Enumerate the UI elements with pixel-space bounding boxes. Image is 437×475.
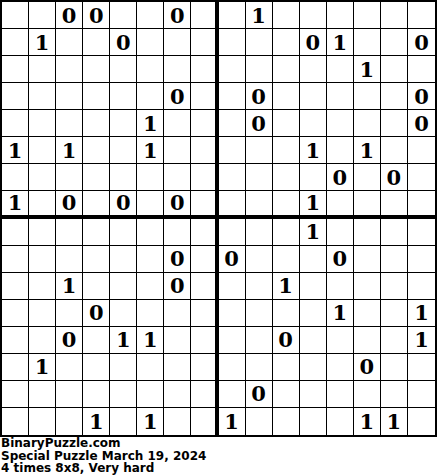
cell-r4c9[interactable] [219, 83, 246, 110]
cell-r4c4[interactable] [83, 83, 110, 110]
cell-r7c11[interactable] [273, 164, 300, 191]
cell-r5c5[interactable] [110, 110, 137, 137]
cell-r15c16[interactable] [408, 381, 435, 408]
cell-r16c12[interactable] [300, 408, 327, 435]
cell-r5c8[interactable] [191, 110, 218, 137]
cell-r7c14[interactable] [354, 164, 381, 191]
cell-r2c11[interactable] [273, 29, 300, 56]
cell-r1c14[interactable] [354, 2, 381, 29]
cell-r2c7[interactable] [164, 29, 191, 56]
cell-r8c5: 0 [110, 191, 137, 218]
cell-r6c6: 1 [137, 137, 164, 164]
cell-r6c8[interactable] [191, 137, 218, 164]
cell-r5c6: 1 [137, 110, 164, 137]
cell-r6c15[interactable] [381, 137, 408, 164]
cell-r15c7[interactable] [164, 381, 191, 408]
cell-r7c5[interactable] [110, 164, 137, 191]
cell-r8c6[interactable] [137, 191, 164, 218]
cell-r13c10[interactable] [246, 327, 273, 354]
cell-r15c14[interactable] [354, 381, 381, 408]
cell-r4c10: 0 [246, 83, 273, 110]
cell-r3c13[interactable] [327, 56, 354, 83]
cell-r1c5[interactable] [110, 2, 137, 29]
cell-r16c6: 1 [137, 408, 164, 435]
cell-r2c1[interactable] [2, 29, 29, 56]
cell-r16c15: 1 [381, 408, 408, 435]
cell-r14c9[interactable] [219, 354, 246, 381]
cell-r12c8[interactable] [191, 300, 218, 327]
cell-r12c13: 1 [327, 300, 354, 327]
cell-r7c10[interactable] [246, 164, 273, 191]
cell-r1c2[interactable] [29, 2, 56, 29]
cell-r14c2: 1 [29, 354, 56, 381]
cell-r1c7: 0 [164, 2, 191, 29]
cell-r10c7: 0 [164, 246, 191, 273]
cell-r12c11[interactable] [273, 300, 300, 327]
cell-r1c8[interactable] [191, 2, 218, 29]
cell-r9c5[interactable] [110, 219, 137, 246]
cell-r10c9: 0 [219, 246, 246, 273]
cell-r14c5[interactable] [110, 354, 137, 381]
cell-r7c12[interactable] [300, 164, 327, 191]
cell-r12c16: 1 [408, 300, 435, 327]
cell-r10c4[interactable] [83, 246, 110, 273]
cell-r9c10[interactable] [246, 219, 273, 246]
cell-r12c1[interactable] [2, 300, 29, 327]
cell-r5c1[interactable] [2, 110, 29, 137]
cell-r14c3[interactable] [56, 354, 83, 381]
cell-r10c8[interactable] [191, 246, 218, 273]
cell-r7c15: 0 [381, 164, 408, 191]
cell-r1c12[interactable] [300, 2, 327, 29]
cell-r6c14: 1 [354, 137, 381, 164]
cell-r8c12: 1 [300, 191, 327, 218]
cell-r12c4: 0 [83, 300, 110, 327]
cell-r2c10[interactable] [246, 29, 273, 56]
cell-r13c2[interactable] [29, 327, 56, 354]
cell-r11c16[interactable] [408, 273, 435, 300]
cell-r9c8[interactable] [191, 219, 218, 246]
cell-r9c4[interactable] [83, 219, 110, 246]
cell-r2c9[interactable] [219, 29, 246, 56]
cell-r5c3[interactable] [56, 110, 83, 137]
cell-r1c3: 0 [56, 2, 83, 29]
cell-r7c13: 0 [327, 164, 354, 191]
cell-r3c15[interactable] [381, 56, 408, 83]
cell-r14c11[interactable] [273, 354, 300, 381]
cell-r5c15[interactable] [381, 110, 408, 137]
cell-r2c16: 0 [408, 29, 435, 56]
cell-r11c6[interactable] [137, 273, 164, 300]
cell-r10c1[interactable] [2, 246, 29, 273]
cell-r2c2: 1 [29, 29, 56, 56]
cell-r8c2[interactable] [29, 191, 56, 218]
cell-r6c12: 1 [300, 137, 327, 164]
cell-r12c2[interactable] [29, 300, 56, 327]
cell-r6c9[interactable] [219, 137, 246, 164]
cell-r8c10[interactable] [246, 191, 273, 218]
cell-r5c9[interactable] [219, 110, 246, 137]
cell-r10c3[interactable] [56, 246, 83, 273]
cell-r14c15[interactable] [381, 354, 408, 381]
cell-r13c4[interactable] [83, 327, 110, 354]
cell-r3c2[interactable] [29, 56, 56, 83]
cell-r2c13: 1 [327, 29, 354, 56]
cell-r12c6[interactable] [137, 300, 164, 327]
cell-r14c6[interactable] [137, 354, 164, 381]
cell-r10c5[interactable] [110, 246, 137, 273]
cell-r4c6[interactable] [137, 83, 164, 110]
cell-r15c3[interactable] [56, 381, 83, 408]
cell-r6c5[interactable] [110, 137, 137, 164]
cell-r8c3: 0 [56, 191, 83, 218]
cell-r8c1: 1 [2, 191, 29, 218]
binary-puzzle-board: 0001100101000100111110010001100010101101… [0, 0, 437, 437]
cell-r3c16[interactable] [408, 56, 435, 83]
cell-r4c2[interactable] [29, 83, 56, 110]
cell-r9c11[interactable] [273, 219, 300, 246]
cell-r4c13[interactable] [327, 83, 354, 110]
cell-r10c16[interactable] [408, 246, 435, 273]
cell-r6c2[interactable] [29, 137, 56, 164]
cell-r1c15[interactable] [381, 2, 408, 29]
cell-r16c13[interactable] [327, 408, 354, 435]
cell-r12c9[interactable] [219, 300, 246, 327]
cell-r15c11[interactable] [273, 381, 300, 408]
cell-r13c7[interactable] [164, 327, 191, 354]
cell-r2c3[interactable] [56, 29, 83, 56]
cell-r5c7[interactable] [164, 110, 191, 137]
cell-r6c13[interactable] [327, 137, 354, 164]
cell-r14c13[interactable] [327, 354, 354, 381]
cell-r7c6[interactable] [137, 164, 164, 191]
cell-r9c14[interactable] [354, 219, 381, 246]
cell-r3c11[interactable] [273, 56, 300, 83]
cell-r10c13: 0 [327, 246, 354, 273]
puzzle-page: 0001100101000100111110010001100010101101… [0, 0, 437, 475]
cell-r9c12: 1 [300, 219, 327, 246]
cell-r3c10[interactable] [246, 56, 273, 83]
cell-r9c16[interactable] [408, 219, 435, 246]
cell-r2c8[interactable] [191, 29, 218, 56]
cell-r8c16[interactable] [408, 191, 435, 218]
cell-r15c9[interactable] [219, 381, 246, 408]
cell-r2c15[interactable] [381, 29, 408, 56]
cell-r1c6[interactable] [137, 2, 164, 29]
cell-r7c2[interactable] [29, 164, 56, 191]
cell-r10c11[interactable] [273, 246, 300, 273]
cell-r8c11[interactable] [273, 191, 300, 218]
cell-r11c9[interactable] [219, 273, 246, 300]
cell-r14c4[interactable] [83, 354, 110, 381]
cell-r12c14[interactable] [354, 300, 381, 327]
cell-r15c5[interactable] [110, 381, 137, 408]
cell-r12c7[interactable] [164, 300, 191, 327]
cell-r7c1[interactable] [2, 164, 29, 191]
cell-r3c3[interactable] [56, 56, 83, 83]
cell-r13c13[interactable] [327, 327, 354, 354]
cell-r8c7: 0 [164, 191, 191, 218]
cell-r14c16[interactable] [408, 354, 435, 381]
cell-r6c3: 1 [56, 137, 83, 164]
footer: BinaryPuzzle.com Special Puzzle March 19… [1, 437, 437, 475]
cell-r13c12[interactable] [300, 327, 327, 354]
cell-r1c9[interactable] [219, 2, 246, 29]
cell-r1c16[interactable] [408, 2, 435, 29]
cell-r15c6[interactable] [137, 381, 164, 408]
cell-r16c14: 1 [354, 408, 381, 435]
cell-r6c7[interactable] [164, 137, 191, 164]
cell-r13c1[interactable] [2, 327, 29, 354]
cell-r15c13[interactable] [327, 381, 354, 408]
cell-r16c7[interactable] [164, 408, 191, 435]
cell-r15c10: 0 [246, 381, 273, 408]
cell-r13c6: 1 [137, 327, 164, 354]
cell-r5c14[interactable] [354, 110, 381, 137]
cell-r14c12[interactable] [300, 354, 327, 381]
cell-r13c16: 1 [408, 327, 435, 354]
cell-r7c4[interactable] [83, 164, 110, 191]
cell-r5c2[interactable] [29, 110, 56, 137]
cell-r10c10[interactable] [246, 246, 273, 273]
cell-r10c12[interactable] [300, 246, 327, 273]
cell-r11c15[interactable] [381, 273, 408, 300]
cell-r14c7[interactable] [164, 354, 191, 381]
cell-r1c1[interactable] [2, 2, 29, 29]
cell-r2c12: 0 [300, 29, 327, 56]
cell-r4c7: 0 [164, 83, 191, 110]
cell-r4c15[interactable] [381, 83, 408, 110]
cell-r16c10[interactable] [246, 408, 273, 435]
cell-r13c14[interactable] [354, 327, 381, 354]
cell-r13c9[interactable] [219, 327, 246, 354]
cell-r16c4: 1 [83, 408, 110, 435]
cell-r3c12[interactable] [300, 56, 327, 83]
cell-r11c4[interactable] [83, 273, 110, 300]
cell-r11c5[interactable] [110, 273, 137, 300]
cell-r16c9: 1 [219, 408, 246, 435]
cell-r15c12[interactable] [300, 381, 327, 408]
cell-r7c16[interactable] [408, 164, 435, 191]
cell-r8c14[interactable] [354, 191, 381, 218]
cell-r5c4[interactable] [83, 110, 110, 137]
cell-r10c14[interactable] [354, 246, 381, 273]
cell-r13c15[interactable] [381, 327, 408, 354]
cell-r13c3: 0 [56, 327, 83, 354]
cell-r9c3[interactable] [56, 219, 83, 246]
cell-r2c6[interactable] [137, 29, 164, 56]
cell-r12c12[interactable] [300, 300, 327, 327]
cell-r4c3[interactable] [56, 83, 83, 110]
cell-r11c8[interactable] [191, 273, 218, 300]
cell-r16c11[interactable] [273, 408, 300, 435]
cell-r6c10[interactable] [246, 137, 273, 164]
cell-r16c1[interactable] [2, 408, 29, 435]
cell-r10c15[interactable] [381, 246, 408, 273]
cell-r2c5: 0 [110, 29, 137, 56]
cell-r15c8[interactable] [191, 381, 218, 408]
cell-r8c15[interactable] [381, 191, 408, 218]
cell-r8c4[interactable] [83, 191, 110, 218]
cell-r3c14: 1 [354, 56, 381, 83]
cell-r4c14[interactable] [354, 83, 381, 110]
cell-r13c8[interactable] [191, 327, 218, 354]
cell-r11c2[interactable] [29, 273, 56, 300]
cell-r11c7: 0 [164, 273, 191, 300]
cell-r5c16: 0 [408, 110, 435, 137]
cell-r12c15[interactable] [381, 300, 408, 327]
cell-r16c5[interactable] [110, 408, 137, 435]
cell-r4c11[interactable] [273, 83, 300, 110]
cell-r3c6[interactable] [137, 56, 164, 83]
cell-r8c9[interactable] [219, 191, 246, 218]
cell-r9c9[interactable] [219, 219, 246, 246]
cell-r14c14: 0 [354, 354, 381, 381]
cell-r11c1[interactable] [2, 273, 29, 300]
cell-r11c3: 1 [56, 273, 83, 300]
cell-r9c1[interactable] [2, 219, 29, 246]
cell-r11c13[interactable] [327, 273, 354, 300]
cell-r12c10[interactable] [246, 300, 273, 327]
cell-r7c7[interactable] [164, 164, 191, 191]
cell-r14c8[interactable] [191, 354, 218, 381]
cell-r9c2[interactable] [29, 219, 56, 246]
cell-r16c2[interactable] [29, 408, 56, 435]
cell-r15c2[interactable] [29, 381, 56, 408]
cell-r9c15[interactable] [381, 219, 408, 246]
cell-r3c1[interactable] [2, 56, 29, 83]
cell-r10c2[interactable] [29, 246, 56, 273]
cell-r13c11: 0 [273, 327, 300, 354]
puzzle-details: 4 times 8x8, Very hard [1, 462, 437, 475]
cell-r9c7[interactable] [164, 219, 191, 246]
cell-r14c10[interactable] [246, 354, 273, 381]
cell-r6c11[interactable] [273, 137, 300, 164]
cell-r2c14[interactable] [354, 29, 381, 56]
cell-r1c4: 0 [83, 2, 110, 29]
cell-r4c5[interactable] [110, 83, 137, 110]
cell-r12c3[interactable] [56, 300, 83, 327]
cell-r1c11[interactable] [273, 2, 300, 29]
cell-r11c10[interactable] [246, 273, 273, 300]
cell-r5c13[interactable] [327, 110, 354, 137]
cell-r13c5: 1 [110, 327, 137, 354]
cell-r5c12[interactable] [300, 110, 327, 137]
cell-r16c16[interactable] [408, 408, 435, 435]
cell-r7c3[interactable] [56, 164, 83, 191]
cell-r4c1[interactable] [2, 83, 29, 110]
cell-r5c10: 0 [246, 110, 273, 137]
cell-r8c8[interactable] [191, 191, 218, 218]
cell-r3c4[interactable] [83, 56, 110, 83]
cell-r1c13[interactable] [327, 2, 354, 29]
cell-r6c16[interactable] [408, 137, 435, 164]
cell-r14c1[interactable] [2, 354, 29, 381]
cell-r4c8[interactable] [191, 83, 218, 110]
cell-r3c7[interactable] [164, 56, 191, 83]
cell-r12c5[interactable] [110, 300, 137, 327]
cell-r11c14[interactable] [354, 273, 381, 300]
cell-r4c16: 0 [408, 83, 435, 110]
cell-r8c13[interactable] [327, 191, 354, 218]
cell-r3c5[interactable] [110, 56, 137, 83]
cell-r6c4[interactable] [83, 137, 110, 164]
site-title: BinaryPuzzle.com [1, 437, 437, 450]
cell-r11c11: 1 [273, 273, 300, 300]
cell-r16c3[interactable] [56, 408, 83, 435]
cell-r7c8[interactable] [191, 164, 218, 191]
cell-r15c15[interactable] [381, 381, 408, 408]
cell-r9c6[interactable] [137, 219, 164, 246]
cell-r4c12[interactable] [300, 83, 327, 110]
cell-r10c6[interactable] [137, 246, 164, 273]
cell-r2c4[interactable] [83, 29, 110, 56]
cell-r6c1: 1 [2, 137, 29, 164]
cell-r3c9[interactable] [219, 56, 246, 83]
cell-r1c10: 1 [246, 2, 273, 29]
cell-r15c4[interactable] [83, 381, 110, 408]
cell-r15c1[interactable] [2, 381, 29, 408]
cell-r3c8[interactable] [191, 56, 218, 83]
cell-r5c11[interactable] [273, 110, 300, 137]
cell-r11c12[interactable] [300, 273, 327, 300]
cell-r7c9[interactable] [219, 164, 246, 191]
cell-r9c13[interactable] [327, 219, 354, 246]
cell-r16c8[interactable] [191, 408, 218, 435]
